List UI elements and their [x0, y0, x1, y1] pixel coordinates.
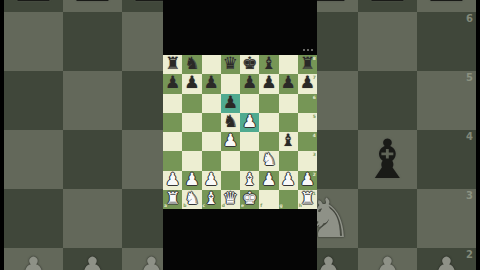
white-pawn: ♟	[63, 248, 122, 270]
chess-board[interactable]: ♜♞♛♚♝♜8♟♟♟♟♟♟♟7♟6♞♟5♟♝4♞3♟♟♟♝♟♟♟2♜a♞b♝c♛…	[163, 55, 317, 209]
square-a1[interactable]: ♜a	[163, 190, 182, 209]
white-knight[interactable]: ♞	[259, 150, 278, 169]
square-e1[interactable]: ♚e	[240, 190, 259, 209]
square-c8[interactable]	[202, 55, 221, 74]
square-c3[interactable]	[202, 151, 221, 170]
chess-app-screenshot: ♜♞♛♚♝♜8♟♟♟♟♟♟♟7♟6♞♟5♟♝4♞3♟♟♟♝♟♟♟2♜a♞b♝c♛…	[163, 0, 317, 270]
square-h3[interactable]: 3	[298, 151, 317, 170]
square-f2[interactable]: ♟	[259, 171, 278, 190]
video-frame: ♜♞♛♚♝♜♟♟♟♟♟♟♟♟6♞♟5♟♝4♞3♟♟♟♝♟♟♟2♜♞♝♛♚♜ ♜♞…	[0, 0, 480, 270]
black-pawn[interactable]: ♟	[182, 73, 201, 92]
black-pawn[interactable]: ♟	[221, 93, 240, 112]
rank-label-2: 2	[313, 172, 316, 177]
background-square-h3: 3	[417, 189, 476, 248]
square-d4[interactable]: ♟	[221, 132, 240, 151]
black-knight[interactable]: ♞	[182, 54, 201, 73]
background-square-h5: 5	[417, 71, 476, 130]
file-label-e: e	[241, 203, 244, 208]
black-bishop: ♝	[358, 130, 417, 189]
black-pawn[interactable]: ♟	[163, 73, 182, 92]
square-e5[interactable]: ♟	[240, 113, 259, 132]
black-bishop[interactable]: ♝	[279, 131, 298, 150]
rank-label-6: 6	[313, 95, 316, 100]
rank-label-8: 8	[313, 56, 316, 61]
square-c5[interactable]	[202, 113, 221, 132]
square-d8[interactable]: ♛	[221, 55, 240, 74]
square-b4[interactable]	[182, 132, 201, 151]
square-d1[interactable]: ♛d	[221, 190, 240, 209]
square-b5[interactable]	[182, 113, 201, 132]
square-e3[interactable]	[240, 151, 259, 170]
square-c4[interactable]	[202, 132, 221, 151]
square-f4[interactable]	[259, 132, 278, 151]
square-a2[interactable]: ♟	[163, 171, 182, 190]
square-g7[interactable]: ♟	[279, 74, 298, 93]
file-label-g: g	[280, 203, 283, 208]
square-b3[interactable]	[182, 151, 201, 170]
square-g4[interactable]: ♝	[279, 132, 298, 151]
square-c6[interactable]	[202, 94, 221, 113]
white-pawn: ♟	[4, 248, 63, 270]
square-d3[interactable]	[221, 151, 240, 170]
background-square-b6	[63, 12, 122, 71]
square-f6[interactable]	[259, 94, 278, 113]
white-bishop[interactable]: ♝	[240, 170, 259, 189]
square-g8[interactable]	[279, 55, 298, 74]
square-g6[interactable]	[279, 94, 298, 113]
square-b6[interactable]	[182, 94, 201, 113]
background-rank-label-5: 5	[466, 72, 473, 83]
white-pawn[interactable]: ♟	[182, 170, 201, 189]
square-a3[interactable]	[163, 151, 182, 170]
white-pawn[interactable]: ♟	[240, 112, 259, 131]
black-queen[interactable]: ♛	[221, 54, 240, 73]
background-square-h6: 6	[417, 12, 476, 71]
background-rank-label-4: 4	[466, 131, 473, 142]
black-pawn[interactable]: ♟	[202, 73, 221, 92]
square-f5[interactable]	[259, 113, 278, 132]
square-g1[interactable]: g	[279, 190, 298, 209]
white-pawn[interactable]: ♟	[163, 170, 182, 189]
black-pawn[interactable]: ♟	[279, 73, 298, 92]
background-square-a2: ♟	[4, 248, 63, 270]
white-pawn[interactable]: ♟	[202, 170, 221, 189]
background-square-h2: ♟2	[417, 248, 476, 270]
background-square-b4	[63, 130, 122, 189]
background-square-a6	[4, 12, 63, 71]
square-h2[interactable]: ♟2	[298, 171, 317, 190]
square-b1[interactable]: ♞b	[182, 190, 201, 209]
square-f3[interactable]: ♞	[259, 151, 278, 170]
square-h5[interactable]: 5	[298, 113, 317, 132]
square-e8[interactable]: ♚	[240, 55, 259, 74]
rank-label-4: 4	[313, 133, 316, 138]
black-pawn: ♟	[417, 0, 476, 12]
rank-label-5: 5	[313, 114, 316, 119]
background-square-g4: ♝	[358, 130, 417, 189]
black-pawn: ♟	[63, 0, 122, 12]
square-e7[interactable]: ♟	[240, 74, 259, 93]
background-square-a5	[4, 71, 63, 130]
background-square-g2: ♟	[358, 248, 417, 270]
black-pawn[interactable]: ♟	[259, 73, 278, 92]
black-pawn: ♟	[358, 0, 417, 12]
background-square-a7: ♟	[4, 0, 63, 12]
square-e4[interactable]	[240, 132, 259, 151]
white-pawn[interactable]: ♟	[279, 170, 298, 189]
square-h8[interactable]: ♜8	[298, 55, 317, 74]
background-square-g6	[358, 12, 417, 71]
file-label-d: d	[222, 203, 225, 208]
file-label-c: c	[203, 203, 206, 208]
square-b2[interactable]: ♟	[182, 171, 201, 190]
square-d5[interactable]: ♞	[221, 113, 240, 132]
background-square-b7: ♟	[63, 0, 122, 12]
white-pawn[interactable]: ♟	[259, 170, 278, 189]
background-square-b2: ♟	[63, 248, 122, 270]
square-e6[interactable]	[240, 94, 259, 113]
square-h7[interactable]: ♟7	[298, 74, 317, 93]
square-g3[interactable]	[279, 151, 298, 170]
black-pawn: ♟	[4, 0, 63, 12]
square-b7[interactable]: ♟	[182, 74, 201, 93]
square-a6[interactable]	[163, 94, 182, 113]
square-e2[interactable]: ♝	[240, 171, 259, 190]
square-c1[interactable]: ♝c	[202, 190, 221, 209]
background-square-b5	[63, 71, 122, 130]
square-d6[interactable]: ♟	[221, 94, 240, 113]
square-a8[interactable]: ♜	[163, 55, 182, 74]
square-h6[interactable]: 6	[298, 94, 317, 113]
white-pawn[interactable]: ♟	[221, 131, 240, 150]
background-rank-label-6: 6	[466, 13, 473, 24]
black-pawn[interactable]: ♟	[240, 73, 259, 92]
background-square-a3	[4, 189, 63, 248]
background-square-g3	[358, 189, 417, 248]
rank-label-1: 1	[313, 191, 316, 196]
background-square-h4: 4	[417, 130, 476, 189]
file-label-f: f	[260, 203, 262, 208]
background-rank-label-2: 2	[466, 249, 473, 260]
square-d7[interactable]	[221, 74, 240, 93]
square-b8[interactable]: ♞	[182, 55, 201, 74]
black-knight[interactable]: ♞	[221, 112, 240, 131]
square-c2[interactable]: ♟	[202, 171, 221, 190]
more-options-icon[interactable]	[303, 49, 313, 51]
file-label-b: b	[183, 203, 186, 208]
square-a4[interactable]	[163, 132, 182, 151]
rank-label-3: 3	[313, 152, 316, 157]
square-f7[interactable]: ♟	[259, 74, 278, 93]
background-square-g5	[358, 71, 417, 130]
square-a5[interactable]	[163, 113, 182, 132]
rank-label-7: 7	[313, 75, 316, 80]
square-d2[interactable]	[221, 171, 240, 190]
black-bishop[interactable]: ♝	[259, 54, 278, 73]
file-label-h: h	[299, 203, 302, 208]
square-h4[interactable]: 4	[298, 132, 317, 151]
square-g2[interactable]: ♟	[279, 171, 298, 190]
background-square-a4	[4, 130, 63, 189]
white-pawn: ♟	[358, 248, 417, 270]
square-f8[interactable]: ♝	[259, 55, 278, 74]
square-a7[interactable]: ♟	[163, 74, 182, 93]
background-square-h7: ♟	[417, 0, 476, 12]
file-label-a: a	[164, 203, 167, 208]
background-square-b3	[63, 189, 122, 248]
black-king[interactable]: ♚	[240, 54, 259, 73]
square-f1[interactable]: f	[259, 190, 278, 209]
background-rank-label-3: 3	[466, 190, 473, 201]
square-g5[interactable]	[279, 113, 298, 132]
black-rook[interactable]: ♜	[163, 54, 182, 73]
square-h1[interactable]: ♜h1	[298, 190, 317, 209]
square-c7[interactable]: ♟	[202, 74, 221, 93]
background-square-g7: ♟	[358, 0, 417, 12]
